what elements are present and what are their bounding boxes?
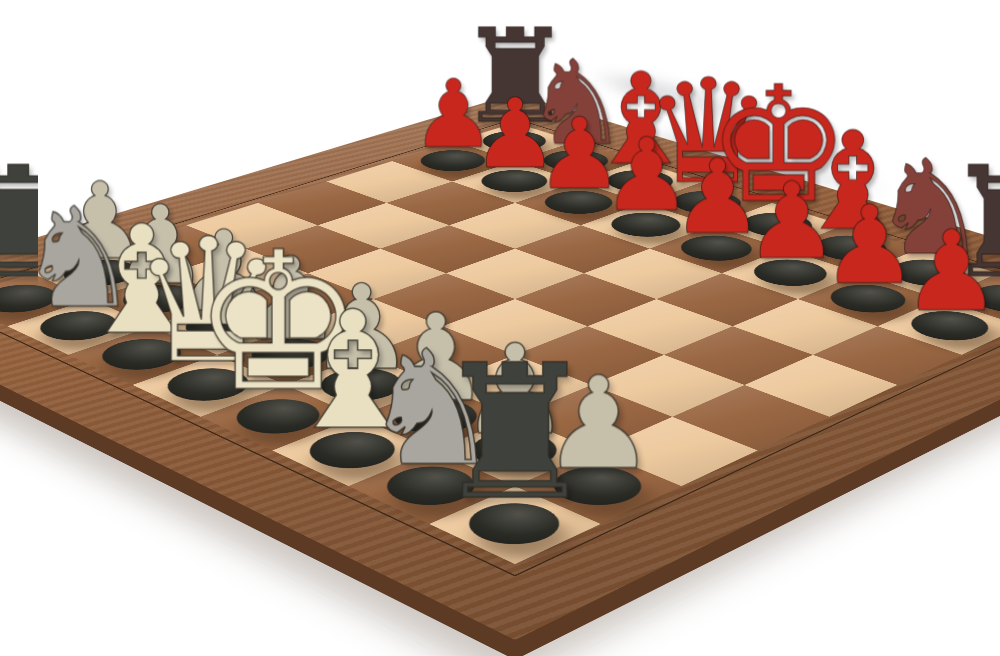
- piece-white-rook-h1: ♜: [393, 341, 637, 526]
- chess-board: ♜♞♝♛♚♝♞♜♟♟♟♟♟♟♟♟♟♟♟♟♟♟♟♟♜♞♝♛♚♝♞♜: [0, 94, 1000, 641]
- piece-red-pawn-h7: ♟: [849, 216, 1000, 327]
- product-photo-scene: ♜♞♝♛♚♝♞♜♟♟♟♟♟♟♟♟♟♟♟♟♟♟♟♟♜♞♝♛♚♝♞♜: [0, 0, 1000, 656]
